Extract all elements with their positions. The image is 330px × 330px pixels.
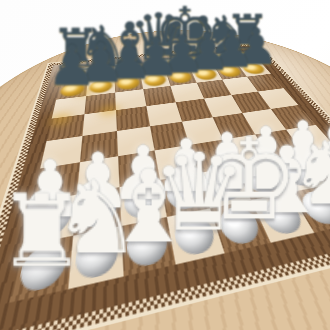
black-pawn-glyph: ♟ (46, 38, 99, 94)
board-scene: ♜♞♝♛♚♝♞♜♟♟♟♟♟♟♟♟♟♟♟♟♟♟♟♟♜♞♝♛♚♝♞♜ (0, 0, 330, 330)
white-rook-glyph: ♜ (0, 180, 92, 280)
round-chessboard: ♜♞♝♛♚♝♞♜♟♟♟♟♟♟♟♟♟♟♟♟♟♟♟♟♜♞♝♛♚♝♞♜ (0, 21, 330, 330)
photo-frame: ♜♞♝♛♚♝♞♜♟♟♟♟♟♟♟♟♟♟♟♟♟♟♟♟♜♞♝♛♚♝♞♜ (0, 0, 330, 330)
